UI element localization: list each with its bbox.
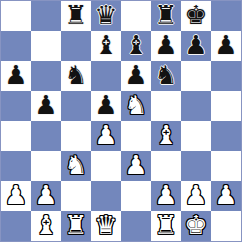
square-c5[interactable] [61,91,91,121]
square-e2[interactable] [121,181,151,211]
square-f7[interactable]: ♟ [151,31,181,61]
piece-black-queen[interactable]: ♛ [94,2,117,28]
square-a3[interactable] [1,151,31,181]
piece-black-pawn[interactable]: ♟ [154,32,177,58]
square-g3[interactable] [181,151,211,181]
square-c1[interactable]: ♜ [61,211,91,241]
piece-black-knight[interactable]: ♞ [64,62,87,88]
square-a5[interactable] [1,91,31,121]
square-g4[interactable] [181,121,211,151]
piece-white-pawn[interactable]: ♟ [214,182,237,208]
piece-white-knight[interactable]: ♞ [64,152,87,178]
square-a4[interactable] [1,121,31,151]
square-c6[interactable]: ♞ [61,61,91,91]
square-d1[interactable]: ♛ [91,211,121,241]
square-d7[interactable]: ♝ [91,31,121,61]
square-a2[interactable]: ♟ [1,181,31,211]
square-e7[interactable]: ♝ [121,31,151,61]
square-c4[interactable] [61,121,91,151]
piece-black-pawn[interactable]: ♟ [4,62,27,88]
piece-black-rook[interactable]: ♜ [64,2,87,28]
square-b7[interactable] [31,31,61,61]
square-e6[interactable]: ♟ [121,61,151,91]
square-c3[interactable]: ♞ [61,151,91,181]
piece-black-pawn[interactable]: ♟ [214,32,237,58]
piece-white-bishop[interactable]: ♝ [34,212,57,238]
piece-white-pawn[interactable]: ♟ [4,182,27,208]
square-e4[interactable] [121,121,151,151]
square-h5[interactable] [211,91,241,121]
square-d6[interactable] [91,61,121,91]
square-b3[interactable] [31,151,61,181]
square-h8[interactable] [211,1,241,31]
square-b4[interactable] [31,121,61,151]
piece-black-knight[interactable]: ♞ [154,62,177,88]
square-g5[interactable] [181,91,211,121]
square-f6[interactable]: ♞ [151,61,181,91]
piece-black-rook[interactable]: ♜ [154,2,177,28]
piece-white-rook[interactable]: ♜ [154,212,177,238]
square-c2[interactable] [61,181,91,211]
piece-black-bishop[interactable]: ♝ [124,32,147,58]
square-h4[interactable] [211,121,241,151]
square-d8[interactable]: ♛ [91,1,121,31]
square-a7[interactable] [1,31,31,61]
square-b6[interactable] [31,61,61,91]
square-g2[interactable]: ♟ [181,181,211,211]
square-f5[interactable] [151,91,181,121]
square-e8[interactable] [121,1,151,31]
square-c8[interactable]: ♜ [61,1,91,31]
piece-black-king[interactable]: ♚ [184,2,207,28]
square-f3[interactable] [151,151,181,181]
square-g8[interactable]: ♚ [181,1,211,31]
square-b8[interactable] [31,1,61,31]
square-f2[interactable]: ♟ [151,181,181,211]
piece-white-bishop[interactable]: ♝ [154,122,177,148]
square-h2[interactable]: ♟ [211,181,241,211]
piece-white-rook[interactable]: ♜ [64,212,87,238]
square-h3[interactable] [211,151,241,181]
square-h6[interactable] [211,61,241,91]
piece-black-pawn[interactable]: ♟ [184,32,207,58]
square-e5[interactable]: ♞ [121,91,151,121]
piece-black-pawn[interactable]: ♟ [124,62,147,88]
square-g6[interactable] [181,61,211,91]
piece-white-pawn[interactable]: ♟ [124,152,147,178]
chess-board: ♜♛♜♚♝♝♟♟♟♟♞♟♞♟♟♞♟♝♞♟♟♟♟♟♟♝♜♛♜♚ [0,0,242,242]
square-e1[interactable] [121,211,151,241]
piece-white-pawn[interactable]: ♟ [184,182,207,208]
square-f4[interactable]: ♝ [151,121,181,151]
square-a8[interactable] [1,1,31,31]
square-b1[interactable]: ♝ [31,211,61,241]
piece-white-king[interactable]: ♚ [184,212,207,238]
square-a1[interactable] [1,211,31,241]
square-c7[interactable] [61,31,91,61]
piece-white-knight[interactable]: ♞ [124,92,147,118]
square-h1[interactable] [211,211,241,241]
piece-white-pawn[interactable]: ♟ [34,182,57,208]
square-e3[interactable]: ♟ [121,151,151,181]
square-f1[interactable]: ♜ [151,211,181,241]
square-d5[interactable]: ♟ [91,91,121,121]
piece-white-queen[interactable]: ♛ [94,212,117,238]
piece-black-bishop[interactable]: ♝ [94,32,117,58]
square-d3[interactable] [91,151,121,181]
square-d4[interactable]: ♟ [91,121,121,151]
square-b2[interactable]: ♟ [31,181,61,211]
piece-white-pawn[interactable]: ♟ [154,182,177,208]
square-b5[interactable]: ♟ [31,91,61,121]
square-d2[interactable] [91,181,121,211]
square-f8[interactable]: ♜ [151,1,181,31]
square-g1[interactable]: ♚ [181,211,211,241]
piece-black-pawn[interactable]: ♟ [94,92,117,118]
square-h7[interactable]: ♟ [211,31,241,61]
square-g7[interactable]: ♟ [181,31,211,61]
square-a6[interactable]: ♟ [1,61,31,91]
piece-black-pawn[interactable]: ♟ [34,92,57,118]
piece-white-pawn[interactable]: ♟ [94,122,117,148]
